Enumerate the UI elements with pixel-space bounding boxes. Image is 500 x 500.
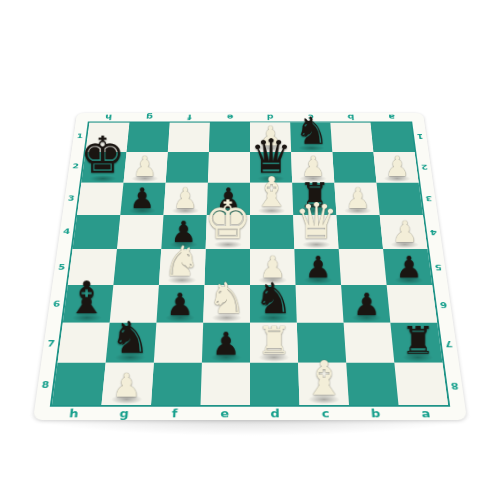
file-label-top-e: e [209, 113, 250, 122]
square-c5: ♟ [294, 249, 341, 285]
white-bishop-d3: ♝ [253, 171, 290, 212]
square-f1 [168, 123, 210, 152]
square-c6 [296, 285, 344, 323]
square-a8 [394, 363, 448, 405]
square-d8 [250, 363, 300, 405]
square-d6: ♞ [250, 285, 297, 323]
black-knight-g7: ♞ [110, 315, 150, 359]
black-pawn-b6: ♟ [353, 289, 381, 320]
square-a4: ♟ [380, 215, 428, 249]
square-f3: ♟ [164, 183, 208, 215]
square-a7: ♜ [390, 323, 442, 363]
white-knight-e6: ♞ [207, 277, 246, 320]
black-pawn-f6: ♟ [166, 289, 194, 320]
square-f7 [154, 323, 203, 363]
square-g7: ♞ [106, 323, 157, 363]
square-g1 [127, 123, 170, 152]
white-knight-f5: ♞ [163, 240, 200, 282]
file-label-top-f: f [169, 113, 210, 122]
white-pawn-f3: ♟ [173, 184, 199, 212]
square-b8 [346, 363, 398, 405]
file-label-bottom-d: d [250, 407, 301, 420]
file-labels-bottom: hgfedcba [48, 407, 452, 420]
square-h4 [73, 215, 121, 249]
square-h3 [77, 183, 123, 215]
square-b6: ♟ [341, 285, 390, 323]
file-label-top-g: g [128, 113, 169, 122]
square-b4 [336, 215, 383, 249]
square-b1 [330, 123, 373, 152]
white-rook-d7: ♜ [257, 321, 291, 359]
square-e6: ♞ [203, 285, 250, 323]
file-label-bottom-f: f [149, 407, 200, 420]
square-e7: ♟ [202, 323, 250, 363]
square-g2: ♟ [124, 152, 168, 183]
square-b2 [332, 152, 376, 183]
square-f8 [151, 363, 202, 405]
square-g5 [113, 249, 161, 285]
board-grid: ♟♞♚♟♛♟♟♟♟♟♝♜♟♟♚♛♟♞♟♟♟♝♟♞♞♟♞♟♜♜♟♝ [50, 121, 450, 406]
file-label-top-h: h [88, 113, 129, 122]
file-label-bottom-e: e [200, 407, 251, 420]
square-a6 [387, 285, 438, 323]
file-label-bottom-c: c [300, 407, 351, 420]
black-pawn-c5: ♟ [305, 252, 332, 282]
square-c4: ♛ [293, 215, 338, 249]
file-label-bottom-a: a [400, 407, 452, 420]
white-bishop-c8: ♝ [303, 354, 346, 401]
photo-background: hgfedcba hgfedcba 12345678 12345678 ♟♞♚♟… [0, 0, 500, 500]
black-pawn-a5: ♟ [396, 252, 423, 282]
file-label-bottom-b: b [350, 407, 401, 420]
square-h7 [58, 323, 110, 363]
file-label-top-a: a [371, 113, 412, 122]
square-d3: ♝ [250, 183, 293, 215]
square-e1 [209, 123, 250, 152]
black-knight-d6: ♞ [254, 277, 293, 320]
white-pawn-g8: ♟ [112, 369, 141, 402]
rank-label-right-1: 1 [412, 121, 428, 151]
square-f6: ♟ [156, 285, 204, 323]
file-label-bottom-g: g [99, 407, 150, 420]
chess-mat: hgfedcba hgfedcba 12345678 12345678 ♟♞♚♟… [33, 113, 467, 420]
square-b5 [339, 249, 387, 285]
file-label-top-b: b [331, 113, 372, 122]
square-e2 [208, 152, 250, 183]
white-pawn-a2: ♟ [385, 152, 410, 180]
square-h6: ♝ [63, 285, 114, 323]
square-a3 [376, 183, 422, 215]
black-pawn-g3: ♟ [129, 184, 155, 212]
square-a1 [371, 123, 415, 152]
white-pawn-b3: ♟ [345, 184, 371, 212]
file-label-top-c: c [290, 113, 331, 122]
square-d7: ♜ [250, 323, 298, 363]
file-label-top-d: d [250, 113, 291, 122]
square-b7 [344, 323, 395, 363]
square-d4 [250, 215, 294, 249]
square-h8 [52, 363, 106, 405]
square-g8: ♟ [101, 363, 153, 405]
black-king-h2: ♚ [80, 130, 125, 180]
square-e8 [200, 363, 250, 405]
white-king-e4: ♚ [204, 193, 252, 246]
black-rook-a7: ♜ [401, 321, 435, 359]
square-c8: ♝ [298, 363, 349, 405]
square-a5: ♟ [383, 249, 432, 285]
black-bishop-h6: ♝ [67, 275, 107, 320]
black-pawn-e7: ♟ [212, 328, 240, 360]
file-labels-top: hgfedcba [88, 113, 412, 122]
white-pawn-g2: ♟ [132, 152, 157, 180]
file-label-bottom-h: h [48, 407, 100, 420]
square-h2: ♚ [81, 152, 126, 183]
square-f2 [166, 152, 209, 183]
square-g4 [117, 215, 164, 249]
square-f5: ♞ [159, 249, 206, 285]
square-a2: ♟ [373, 152, 418, 183]
square-e4: ♚ [206, 215, 250, 249]
white-pawn-a4: ♟ [392, 217, 418, 246]
square-c1: ♞ [290, 123, 332, 152]
white-queen-c4: ♛ [294, 197, 338, 247]
square-g3: ♟ [120, 183, 165, 215]
square-b3: ♟ [334, 183, 379, 215]
